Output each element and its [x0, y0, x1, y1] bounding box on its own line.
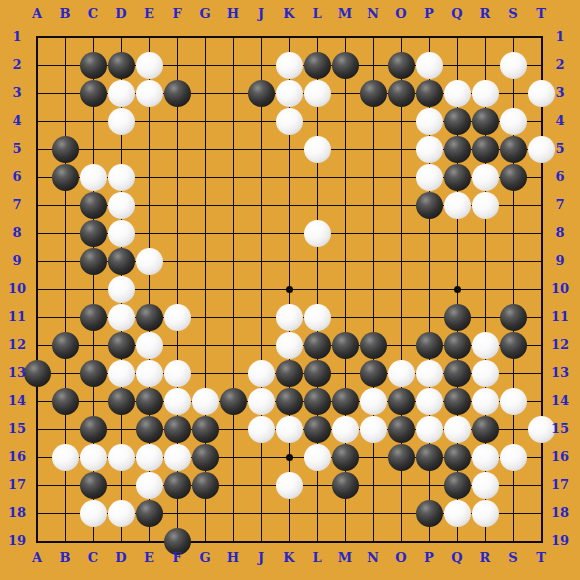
- black-stone-C2[interactable]: [80, 52, 107, 79]
- white-stone-D10[interactable]: [108, 276, 135, 303]
- white-stone-F16[interactable]: [164, 444, 191, 471]
- white-stone-J13[interactable]: [248, 360, 275, 387]
- row-label-right-6: 6: [547, 169, 573, 185]
- white-stone-N15[interactable]: [360, 416, 387, 443]
- row-label-left-4: 4: [4, 113, 30, 129]
- white-stone-G14[interactable]: [192, 388, 219, 415]
- row-label-right-15: 15: [547, 421, 573, 437]
- column-label-top-K: K: [276, 6, 302, 22]
- black-stone-M14[interactable]: [332, 388, 359, 415]
- black-stone-F15[interactable]: [164, 416, 191, 443]
- black-stone-P18[interactable]: [416, 500, 443, 527]
- row-label-right-16: 16: [547, 449, 573, 465]
- row-label-right-17: 17: [547, 477, 573, 493]
- white-stone-S14[interactable]: [500, 388, 527, 415]
- row-label-left-15: 15: [4, 421, 30, 437]
- black-stone-M2[interactable]: [332, 52, 359, 79]
- black-stone-C3[interactable]: [80, 80, 107, 107]
- white-stone-P4[interactable]: [416, 108, 443, 135]
- star-point-K16: [286, 454, 293, 461]
- black-stone-B14[interactable]: [52, 388, 79, 415]
- column-label-top-N: N: [360, 6, 386, 22]
- column-label-bottom-L: L: [304, 550, 330, 566]
- white-stone-P2[interactable]: [416, 52, 443, 79]
- white-stone-K4[interactable]: [276, 108, 303, 135]
- row-label-left-9: 9: [4, 253, 30, 269]
- black-stone-Q5[interactable]: [444, 136, 471, 163]
- column-label-top-M: M: [332, 6, 358, 22]
- black-stone-L14[interactable]: [304, 388, 331, 415]
- black-stone-R15[interactable]: [472, 416, 499, 443]
- white-stone-R7[interactable]: [472, 192, 499, 219]
- black-stone-E15[interactable]: [136, 416, 163, 443]
- white-stone-E3[interactable]: [136, 80, 163, 107]
- black-stone-F3[interactable]: [164, 80, 191, 107]
- column-label-bottom-P: P: [416, 550, 442, 566]
- row-label-right-8: 8: [547, 225, 573, 241]
- black-stone-P16[interactable]: [416, 444, 443, 471]
- black-stone-K13[interactable]: [276, 360, 303, 387]
- white-stone-J14[interactable]: [248, 388, 275, 415]
- white-stone-P6[interactable]: [416, 164, 443, 191]
- white-stone-D4[interactable]: [108, 108, 135, 135]
- white-stone-K3[interactable]: [276, 80, 303, 107]
- column-label-bottom-K: K: [276, 550, 302, 566]
- row-label-right-12: 12: [547, 337, 573, 353]
- white-stone-L11[interactable]: [304, 304, 331, 331]
- column-label-bottom-S: S: [500, 550, 526, 566]
- column-label-bottom-F: F: [164, 550, 190, 566]
- white-stone-P5[interactable]: [416, 136, 443, 163]
- row-label-right-14: 14: [547, 393, 573, 409]
- white-stone-D18[interactable]: [108, 500, 135, 527]
- white-stone-B16[interactable]: [52, 444, 79, 471]
- black-stone-Q17[interactable]: [444, 472, 471, 499]
- black-stone-P3[interactable]: [416, 80, 443, 107]
- white-stone-S4[interactable]: [500, 108, 527, 135]
- column-label-top-D: D: [108, 6, 134, 22]
- black-stone-D14[interactable]: [108, 388, 135, 415]
- white-stone-P13[interactable]: [416, 360, 443, 387]
- black-stone-Q12[interactable]: [444, 332, 471, 359]
- row-label-left-6: 6: [4, 169, 30, 185]
- column-label-bottom-E: E: [136, 550, 162, 566]
- white-stone-D7[interactable]: [108, 192, 135, 219]
- white-stone-J15[interactable]: [248, 416, 275, 443]
- black-stone-O15[interactable]: [388, 416, 415, 443]
- white-stone-R16[interactable]: [472, 444, 499, 471]
- black-stone-C11[interactable]: [80, 304, 107, 331]
- white-stone-P14[interactable]: [416, 388, 443, 415]
- white-stone-N14[interactable]: [360, 388, 387, 415]
- white-stone-E9[interactable]: [136, 248, 163, 275]
- white-stone-P15[interactable]: [416, 416, 443, 443]
- black-stone-P12[interactable]: [416, 332, 443, 359]
- row-label-left-12: 12: [4, 337, 30, 353]
- black-stone-E11[interactable]: [136, 304, 163, 331]
- row-label-right-18: 18: [547, 505, 573, 521]
- white-stone-F11[interactable]: [164, 304, 191, 331]
- white-stone-K12[interactable]: [276, 332, 303, 359]
- white-stone-F14[interactable]: [164, 388, 191, 415]
- white-stone-D8[interactable]: [108, 220, 135, 247]
- row-label-right-9: 9: [547, 253, 573, 269]
- row-label-left-5: 5: [4, 141, 30, 157]
- white-stone-E2[interactable]: [136, 52, 163, 79]
- black-stone-O3[interactable]: [388, 80, 415, 107]
- column-label-top-L: L: [304, 6, 330, 22]
- row-label-left-8: 8: [4, 225, 30, 241]
- column-label-bottom-T: T: [528, 550, 554, 566]
- black-stone-O16[interactable]: [388, 444, 415, 471]
- black-stone-C7[interactable]: [80, 192, 107, 219]
- black-stone-D2[interactable]: [108, 52, 135, 79]
- star-point-Q10: [454, 286, 461, 293]
- white-stone-K11[interactable]: [276, 304, 303, 331]
- row-label-right-11: 11: [547, 309, 573, 325]
- row-label-right-3: 3: [547, 85, 573, 101]
- white-stone-C6[interactable]: [80, 164, 107, 191]
- white-stone-K17[interactable]: [276, 472, 303, 499]
- column-label-bottom-A: A: [24, 550, 50, 566]
- black-stone-D12[interactable]: [108, 332, 135, 359]
- white-stone-R12[interactable]: [472, 332, 499, 359]
- black-stone-P7[interactable]: [416, 192, 443, 219]
- black-stone-L13[interactable]: [304, 360, 331, 387]
- white-stone-R14[interactable]: [472, 388, 499, 415]
- black-stone-K14[interactable]: [276, 388, 303, 415]
- column-label-top-Q: Q: [444, 6, 470, 22]
- black-stone-M16[interactable]: [332, 444, 359, 471]
- black-stone-M12[interactable]: [332, 332, 359, 359]
- column-label-bottom-R: R: [472, 550, 498, 566]
- column-label-bottom-N: N: [360, 550, 386, 566]
- white-stone-S2[interactable]: [500, 52, 527, 79]
- column-label-bottom-Q: Q: [444, 550, 470, 566]
- row-label-right-5: 5: [547, 141, 573, 157]
- white-stone-M15[interactable]: [332, 416, 359, 443]
- black-stone-N13[interactable]: [360, 360, 387, 387]
- black-stone-L15[interactable]: [304, 416, 331, 443]
- column-label-top-T: T: [528, 6, 554, 22]
- row-label-left-19: 19: [4, 533, 30, 549]
- row-label-left-14: 14: [4, 393, 30, 409]
- black-stone-B6[interactable]: [52, 164, 79, 191]
- white-stone-D3[interactable]: [108, 80, 135, 107]
- white-stone-R3[interactable]: [472, 80, 499, 107]
- black-stone-M17[interactable]: [332, 472, 359, 499]
- black-stone-Q14[interactable]: [444, 388, 471, 415]
- white-stone-D6[interactable]: [108, 164, 135, 191]
- row-label-left-11: 11: [4, 309, 30, 325]
- black-stone-Q16[interactable]: [444, 444, 471, 471]
- black-stone-C15[interactable]: [80, 416, 107, 443]
- column-label-top-E: E: [136, 6, 162, 22]
- row-label-left-2: 2: [4, 57, 30, 73]
- row-label-left-18: 18: [4, 505, 30, 521]
- column-label-top-R: R: [472, 6, 498, 22]
- black-stone-S12[interactable]: [500, 332, 527, 359]
- white-stone-E16[interactable]: [136, 444, 163, 471]
- go-board-screen: AABBCCDDEEFFGGHHJJKKLLMMNNOOPPQQRRSSTT11…: [0, 0, 580, 580]
- white-stone-L3[interactable]: [304, 80, 331, 107]
- white-stone-Q3[interactable]: [444, 80, 471, 107]
- black-stone-C17[interactable]: [80, 472, 107, 499]
- column-label-bottom-O: O: [388, 550, 414, 566]
- white-stone-K15[interactable]: [276, 416, 303, 443]
- row-label-right-10: 10: [547, 281, 573, 297]
- black-stone-L2[interactable]: [304, 52, 331, 79]
- row-label-left-10: 10: [4, 281, 30, 297]
- row-label-left-17: 17: [4, 477, 30, 493]
- black-stone-C9[interactable]: [80, 248, 107, 275]
- column-label-top-P: P: [416, 6, 442, 22]
- black-stone-Q6[interactable]: [444, 164, 471, 191]
- white-stone-R13[interactable]: [472, 360, 499, 387]
- column-label-bottom-C: C: [80, 550, 106, 566]
- white-stone-C16[interactable]: [80, 444, 107, 471]
- white-stone-L8[interactable]: [304, 220, 331, 247]
- white-stone-E17[interactable]: [136, 472, 163, 499]
- white-stone-C18[interactable]: [80, 500, 107, 527]
- row-label-right-19: 19: [547, 533, 573, 549]
- black-stone-N3[interactable]: [360, 80, 387, 107]
- white-stone-E12[interactable]: [136, 332, 163, 359]
- column-label-top-A: A: [24, 6, 50, 22]
- white-stone-Q7[interactable]: [444, 192, 471, 219]
- black-stone-F17[interactable]: [164, 472, 191, 499]
- column-label-top-F: F: [164, 6, 190, 22]
- row-label-left-13: 13: [4, 365, 30, 381]
- black-stone-L12[interactable]: [304, 332, 331, 359]
- white-stone-S16[interactable]: [500, 444, 527, 471]
- white-stone-D11[interactable]: [108, 304, 135, 331]
- column-label-bottom-J: J: [248, 550, 274, 566]
- black-stone-J3[interactable]: [248, 80, 275, 107]
- white-stone-O13[interactable]: [388, 360, 415, 387]
- white-stone-R17[interactable]: [472, 472, 499, 499]
- column-label-bottom-H: H: [220, 550, 246, 566]
- row-label-left-16: 16: [4, 449, 30, 465]
- black-stone-H14[interactable]: [220, 388, 247, 415]
- column-label-bottom-D: D: [108, 550, 134, 566]
- white-stone-L5[interactable]: [304, 136, 331, 163]
- row-label-left-7: 7: [4, 197, 30, 213]
- black-stone-S6[interactable]: [500, 164, 527, 191]
- column-label-bottom-G: G: [192, 550, 218, 566]
- column-label-top-S: S: [500, 6, 526, 22]
- white-stone-F13[interactable]: [164, 360, 191, 387]
- row-label-right-4: 4: [547, 113, 573, 129]
- column-label-top-C: C: [80, 6, 106, 22]
- column-label-bottom-B: B: [52, 550, 78, 566]
- black-stone-O14[interactable]: [388, 388, 415, 415]
- black-stone-B12[interactable]: [52, 332, 79, 359]
- black-stone-Q11[interactable]: [444, 304, 471, 331]
- row-label-left-3: 3: [4, 85, 30, 101]
- column-label-top-O: O: [388, 6, 414, 22]
- black-stone-N12[interactable]: [360, 332, 387, 359]
- white-stone-Q18[interactable]: [444, 500, 471, 527]
- white-stone-D16[interactable]: [108, 444, 135, 471]
- row-label-right-7: 7: [547, 197, 573, 213]
- black-stone-E18[interactable]: [136, 500, 163, 527]
- row-label-right-2: 2: [547, 57, 573, 73]
- black-stone-R5[interactable]: [472, 136, 499, 163]
- column-label-bottom-M: M: [332, 550, 358, 566]
- white-stone-E13[interactable]: [136, 360, 163, 387]
- black-stone-S5[interactable]: [500, 136, 527, 163]
- row-label-left-1: 1: [4, 29, 30, 45]
- black-stone-G15[interactable]: [192, 416, 219, 443]
- black-stone-G17[interactable]: [192, 472, 219, 499]
- row-label-right-13: 13: [547, 365, 573, 381]
- black-stone-C13[interactable]: [80, 360, 107, 387]
- white-stone-K2[interactable]: [276, 52, 303, 79]
- black-stone-R4[interactable]: [472, 108, 499, 135]
- column-label-top-B: B: [52, 6, 78, 22]
- white-stone-R18[interactable]: [472, 500, 499, 527]
- column-label-top-H: H: [220, 6, 246, 22]
- white-stone-D13[interactable]: [108, 360, 135, 387]
- white-stone-R6[interactable]: [472, 164, 499, 191]
- white-stone-L16[interactable]: [304, 444, 331, 471]
- column-label-top-G: G: [192, 6, 218, 22]
- black-stone-E14[interactable]: [136, 388, 163, 415]
- column-label-top-J: J: [248, 6, 274, 22]
- black-stone-G16[interactable]: [192, 444, 219, 471]
- black-stone-Q4[interactable]: [444, 108, 471, 135]
- black-stone-S11[interactable]: [500, 304, 527, 331]
- black-stone-C8[interactable]: [80, 220, 107, 247]
- black-stone-O2[interactable]: [388, 52, 415, 79]
- black-stone-Q13[interactable]: [444, 360, 471, 387]
- row-label-right-1: 1: [547, 29, 573, 45]
- star-point-K10: [286, 286, 293, 293]
- black-stone-D9[interactable]: [108, 248, 135, 275]
- white-stone-Q15[interactable]: [444, 416, 471, 443]
- black-stone-B5[interactable]: [52, 136, 79, 163]
